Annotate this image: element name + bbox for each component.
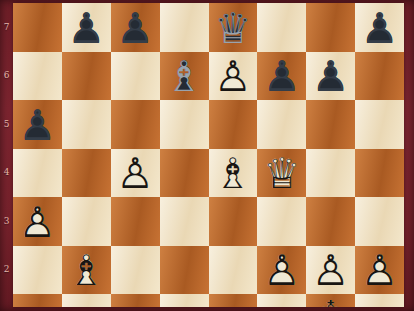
rank-label-2: 2: [0, 246, 13, 295]
square-c1[interactable]: [111, 294, 160, 307]
white-pawn-c4: ♟♙: [111, 149, 160, 198]
square-a7[interactable]: [13, 3, 62, 52]
square-h5[interactable]: [355, 100, 404, 149]
square-g7[interactable]: [306, 3, 355, 52]
black-queen-e7: ♛♕: [209, 3, 258, 52]
white-pawn-f2: ♟♙: [257, 246, 306, 295]
rank-label-6: 6: [0, 52, 13, 101]
square-h1[interactable]: [355, 294, 404, 307]
square-c5[interactable]: [111, 100, 160, 149]
white-pawn-h2: ♟♙: [355, 246, 404, 295]
black-pawn-g6: ♟♙: [306, 52, 355, 101]
square-h3[interactable]: [355, 197, 404, 246]
square-a3[interactable]: ♟♙: [13, 197, 62, 246]
square-c7[interactable]: ♟♙: [111, 3, 160, 52]
square-e3[interactable]: [209, 197, 258, 246]
black-pawn-a5: ♟♙: [13, 100, 62, 149]
black-pawn-c7: ♟♙: [111, 3, 160, 52]
square-g3[interactable]: [306, 197, 355, 246]
square-h4[interactable]: [355, 149, 404, 198]
square-f4[interactable]: ♛♕: [257, 149, 306, 198]
black-pawn-b7: ♟♙: [62, 3, 111, 52]
square-c4[interactable]: ♟♙: [111, 149, 160, 198]
square-e4[interactable]: ♝♗: [209, 149, 258, 198]
square-a2[interactable]: [13, 246, 62, 295]
white-king-g1: ♚♔: [306, 294, 355, 307]
square-c6[interactable]: [111, 52, 160, 101]
square-f5[interactable]: [257, 100, 306, 149]
white-bishop-e4: ♝♗: [209, 149, 258, 198]
square-a5[interactable]: ♟♙: [13, 100, 62, 149]
square-b5[interactable]: [62, 100, 111, 149]
white-pawn-e6: ♟♙: [209, 52, 258, 101]
square-d2[interactable]: [160, 246, 209, 295]
square-d1[interactable]: [160, 294, 209, 307]
square-e6[interactable]: ♟♙: [209, 52, 258, 101]
white-pawn-a3: ♟♙: [13, 197, 62, 246]
rank-labels: 765432: [0, 3, 14, 294]
square-h7[interactable]: ♟♙: [355, 3, 404, 52]
square-h2[interactable]: ♟♙: [355, 246, 404, 295]
board-frame: 765432 ♟♙♟♙♛♕♟♙♝♗♟♙♟♙♟♙♟♙♟♙♝♗♛♕♟♙♝♗♟♙♟♙♟…: [0, 0, 414, 311]
square-f3[interactable]: [257, 197, 306, 246]
white-bishop-b2: ♝♗: [62, 246, 111, 295]
square-a6[interactable]: [13, 52, 62, 101]
square-d5[interactable]: [160, 100, 209, 149]
square-b4[interactable]: [62, 149, 111, 198]
square-f1[interactable]: [257, 294, 306, 307]
black-bishop-d6: ♝♗: [160, 52, 209, 101]
square-d4[interactable]: [160, 149, 209, 198]
square-g6[interactable]: ♟♙: [306, 52, 355, 101]
square-b1[interactable]: [62, 294, 111, 307]
square-b6[interactable]: [62, 52, 111, 101]
rank-label-3: 3: [0, 197, 13, 246]
square-d3[interactable]: [160, 197, 209, 246]
square-b7[interactable]: ♟♙: [62, 3, 111, 52]
square-f7[interactable]: [257, 3, 306, 52]
rank-label-7: 7: [0, 3, 13, 52]
square-h6[interactable]: [355, 52, 404, 101]
square-b3[interactable]: [62, 197, 111, 246]
square-g2[interactable]: ♟♙: [306, 246, 355, 295]
square-e7[interactable]: ♛♕: [209, 3, 258, 52]
black-pawn-f6: ♟♙: [257, 52, 306, 101]
white-queen-f4: ♛♕: [257, 149, 306, 198]
black-pawn-h7: ♟♙: [355, 3, 404, 52]
white-pawn-g2: ♟♙: [306, 246, 355, 295]
square-e1[interactable]: [209, 294, 258, 307]
square-d6[interactable]: ♝♗: [160, 52, 209, 101]
square-f6[interactable]: ♟♙: [257, 52, 306, 101]
square-e5[interactable]: [209, 100, 258, 149]
chess-board: ♟♙♟♙♛♕♟♙♝♗♟♙♟♙♟♙♟♙♟♙♝♗♛♕♟♙♝♗♟♙♟♙♟♙♚♔: [13, 3, 404, 307]
square-g5[interactable]: [306, 100, 355, 149]
square-a1[interactable]: [13, 294, 62, 307]
square-g1[interactable]: ♚♔: [306, 294, 355, 307]
square-a4[interactable]: [13, 149, 62, 198]
chess-diagram: 765432 ♟♙♟♙♛♕♟♙♝♗♟♙♟♙♟♙♟♙♟♙♝♗♛♕♟♙♝♗♟♙♟♙♟…: [0, 0, 414, 311]
square-f2[interactable]: ♟♙: [257, 246, 306, 295]
rank-label-4: 4: [0, 149, 13, 198]
square-e2[interactable]: [209, 246, 258, 295]
rank-label-5: 5: [0, 100, 13, 149]
square-b2[interactable]: ♝♗: [62, 246, 111, 295]
square-d7[interactable]: [160, 3, 209, 52]
square-g4[interactable]: [306, 149, 355, 198]
square-c3[interactable]: [111, 197, 160, 246]
square-c2[interactable]: [111, 246, 160, 295]
